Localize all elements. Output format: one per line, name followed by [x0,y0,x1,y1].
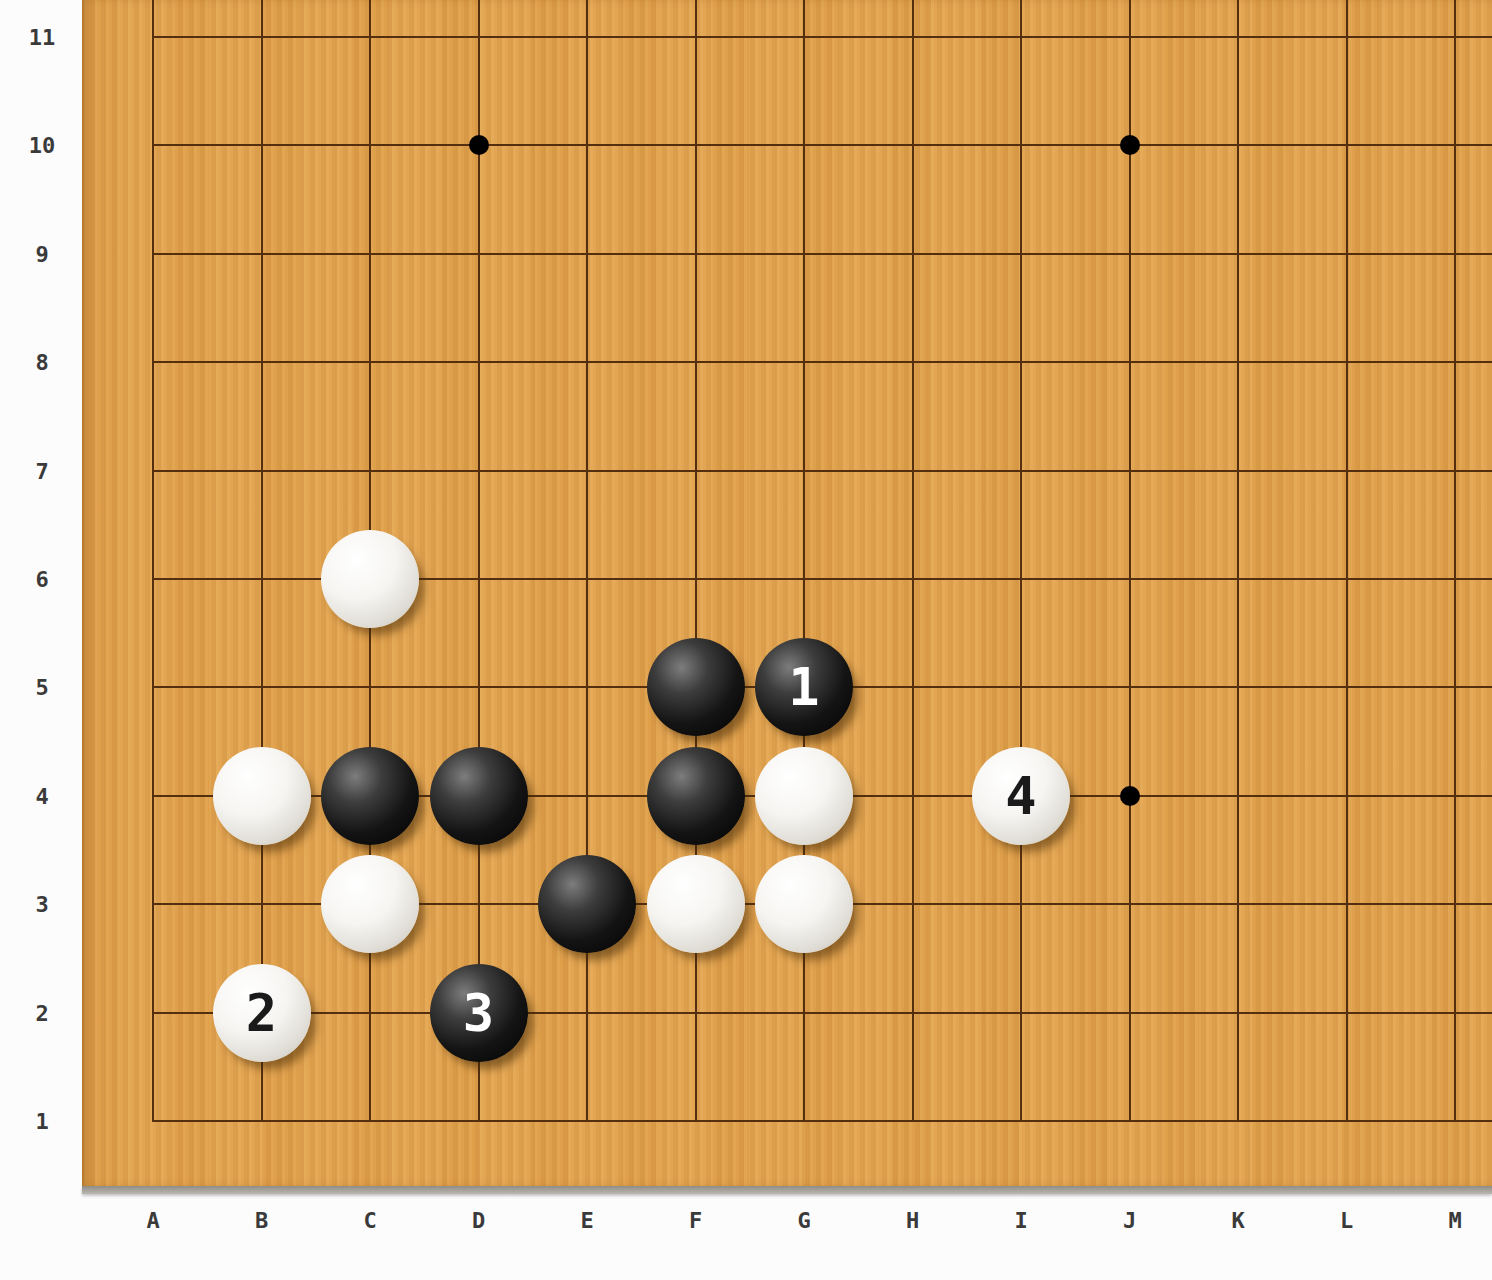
grid-line-column-F [695,0,697,1122]
row-label-5: 5 [35,675,48,700]
col-label-A: A [146,1208,159,1233]
grid-line-column-L [1346,0,1348,1122]
stone-white-G3[interactable] [755,855,853,953]
grid-line-row-9 [152,253,1492,255]
stone-white-B2[interactable]: 2 [213,964,311,1062]
col-label-K: K [1231,1208,1244,1233]
row-label-11: 11 [29,25,56,50]
stone-black-C4[interactable] [321,747,419,845]
stone-white-C6[interactable] [321,530,419,628]
row-label-9: 9 [35,241,48,266]
grid-line-column-G [803,0,805,1122]
row-label-2: 2 [35,1000,48,1025]
star-point-J10 [1120,135,1140,155]
move-number-label: 1 [788,638,819,736]
col-label-B: B [255,1208,268,1233]
grid-line-column-H [912,0,914,1122]
row-label-10: 10 [29,133,56,158]
stone-white-I4[interactable]: 4 [972,747,1070,845]
col-label-L: L [1340,1208,1353,1233]
stone-white-C3[interactable] [321,855,419,953]
stone-black-D4[interactable] [430,747,528,845]
col-label-C: C [363,1208,376,1233]
col-label-I: I [1014,1208,1027,1233]
stone-black-F4[interactable] [647,747,745,845]
grid-line-column-K [1237,0,1239,1122]
row-label-1: 1 [35,1109,48,1134]
grid-line-row-1 [152,1120,1492,1122]
col-label-D: D [472,1208,485,1233]
stone-black-E3[interactable] [538,855,636,953]
col-label-H: H [906,1208,919,1233]
grid-line-column-D [478,0,480,1122]
grid-line-column-J [1129,0,1131,1122]
stone-white-G4[interactable] [755,747,853,845]
star-point-J4 [1120,786,1140,806]
stone-white-B4[interactable] [213,747,311,845]
move-number-label: 2 [246,964,277,1062]
board-edge-shadow [82,1186,1492,1194]
col-label-J: J [1123,1208,1136,1233]
star-point-D10 [469,135,489,155]
grid-line-column-I [1020,0,1022,1122]
move-number-label: 4 [1005,747,1036,845]
move-number-label: 3 [463,964,494,1062]
col-label-F: F [689,1208,702,1233]
grid-line-row-10 [152,144,1492,146]
row-label-4: 4 [35,783,48,808]
go-diagram: 1342 1234567891011 ABCDEFGHIJKLM [0,0,1492,1280]
go-board[interactable]: 1342 [82,0,1492,1186]
col-label-M: M [1448,1208,1461,1233]
grid-line-row-2 [152,1012,1492,1014]
row-label-3: 3 [35,892,48,917]
stone-white-F3[interactable] [647,855,745,953]
stone-black-D2[interactable]: 3 [430,964,528,1062]
row-label-6: 6 [35,567,48,592]
grid-line-column-M [1454,0,1456,1122]
grid-line-column-B [261,0,263,1122]
grid-line-column-E [586,0,588,1122]
grid-line-column-A [152,0,154,1122]
stone-black-F5[interactable] [647,638,745,736]
grid-line-row-11 [152,36,1492,38]
row-label-7: 7 [35,458,48,483]
row-label-8: 8 [35,350,48,375]
stone-black-G5[interactable]: 1 [755,638,853,736]
col-label-E: E [580,1208,593,1233]
col-label-G: G [797,1208,810,1233]
grid-line-row-8 [152,361,1492,363]
grid-line-row-7 [152,470,1492,472]
